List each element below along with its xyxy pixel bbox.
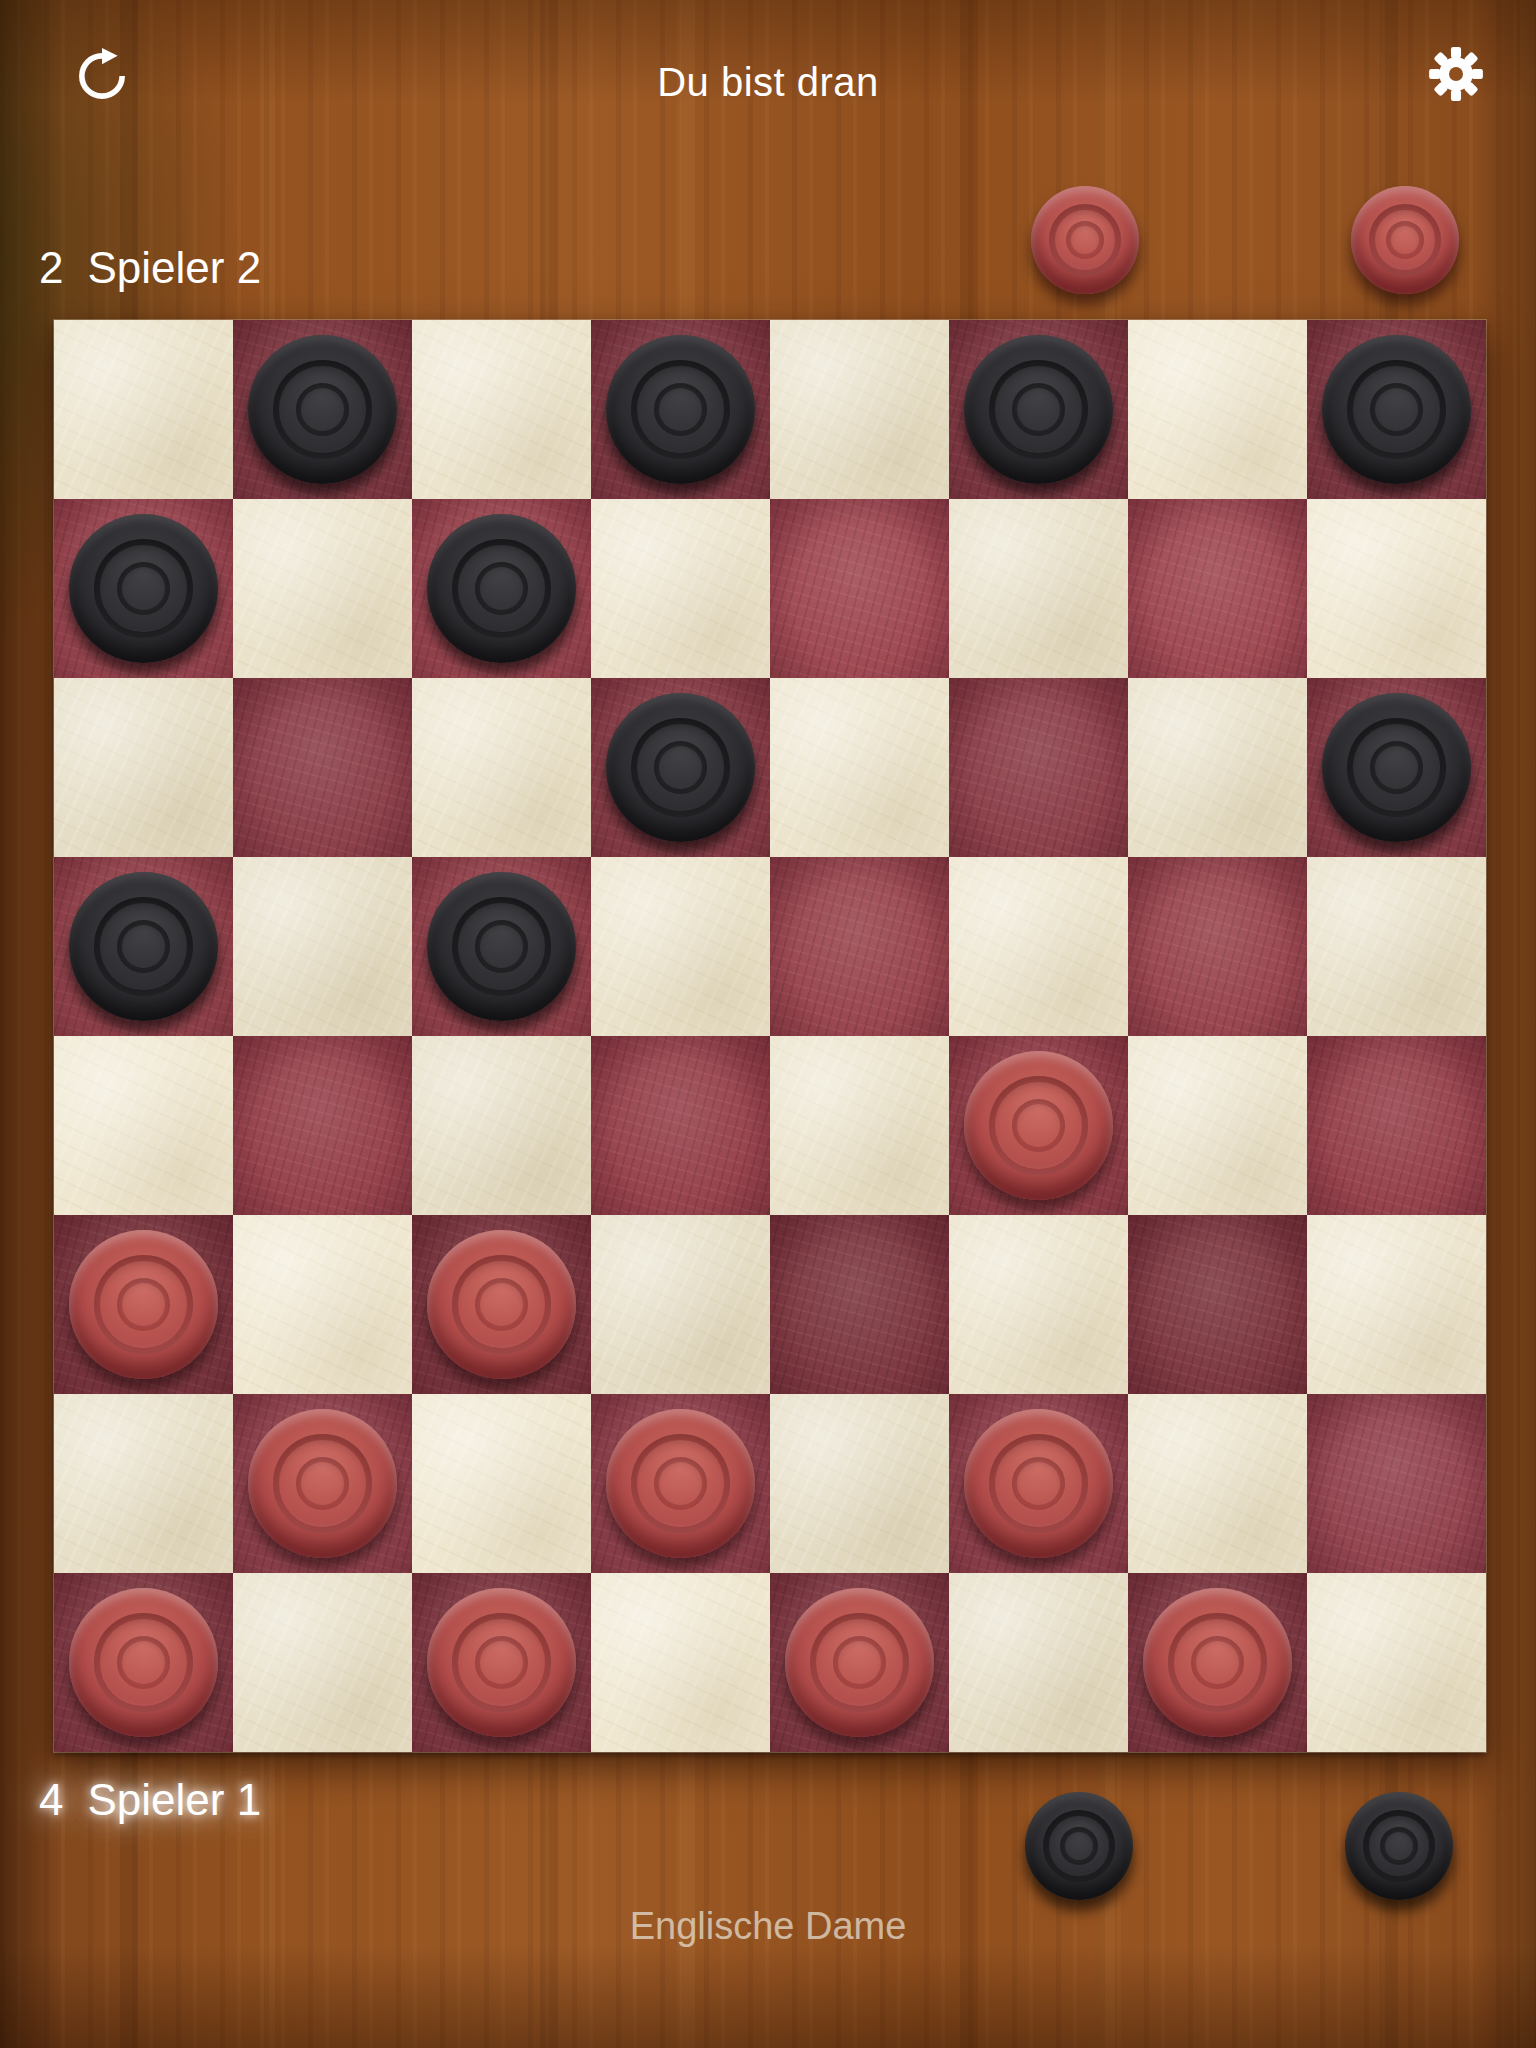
settings-button[interactable] <box>1428 46 1484 102</box>
square-h7[interactable] <box>1307 1394 1486 1573</box>
black-piece[interactable] <box>427 514 576 663</box>
square-g2[interactable] <box>1128 499 1307 678</box>
square-b2[interactable] <box>233 499 412 678</box>
square-a1[interactable] <box>54 320 233 499</box>
square-h2[interactable] <box>1307 499 1486 678</box>
red-piece[interactable] <box>69 1230 218 1379</box>
square-d1[interactable] <box>591 320 770 499</box>
square-f5[interactable] <box>949 1036 1128 1215</box>
square-h8[interactable] <box>1307 1573 1486 1752</box>
square-a5[interactable] <box>54 1036 233 1215</box>
red-piece[interactable] <box>248 1409 397 1558</box>
square-c3[interactable] <box>412 678 591 857</box>
black-piece[interactable] <box>1322 335 1471 484</box>
square-d6[interactable] <box>591 1215 770 1394</box>
black-piece[interactable] <box>427 872 576 1021</box>
square-f2[interactable] <box>949 499 1128 678</box>
square-c7[interactable] <box>412 1394 591 1573</box>
square-h1[interactable] <box>1307 320 1486 499</box>
square-g8[interactable] <box>1128 1573 1307 1752</box>
square-a3[interactable] <box>54 678 233 857</box>
gear-icon <box>1428 46 1484 102</box>
black-piece[interactable] <box>69 514 218 663</box>
square-f1[interactable] <box>949 320 1128 499</box>
square-b4[interactable] <box>233 857 412 1036</box>
square-e1[interactable] <box>770 320 949 499</box>
board <box>54 320 1486 1752</box>
square-f8[interactable] <box>949 1573 1128 1752</box>
red-piece[interactable] <box>785 1588 934 1737</box>
square-d8[interactable] <box>591 1573 770 1752</box>
square-a8[interactable] <box>54 1573 233 1752</box>
square-b7[interactable] <box>233 1394 412 1573</box>
app: Du bist dran 2 Spieler 2 4 Spieler 1 Eng… <box>0 0 1536 2048</box>
square-b1[interactable] <box>233 320 412 499</box>
red-piece[interactable] <box>964 1051 1113 1200</box>
square-f6[interactable] <box>949 1215 1128 1394</box>
captured-black-piece <box>1025 1792 1133 1900</box>
square-e5[interactable] <box>770 1036 949 1215</box>
square-h6[interactable] <box>1307 1215 1486 1394</box>
red-piece[interactable] <box>964 1409 1113 1558</box>
square-b5[interactable] <box>233 1036 412 1215</box>
black-piece[interactable] <box>606 693 755 842</box>
player2-score: 2 <box>39 243 63 293</box>
square-f4[interactable] <box>949 857 1128 1036</box>
red-piece[interactable] <box>606 1409 755 1558</box>
square-e8[interactable] <box>770 1573 949 1752</box>
square-c8[interactable] <box>412 1573 591 1752</box>
player1-name: Spieler 1 <box>87 1775 261 1825</box>
square-e2[interactable] <box>770 499 949 678</box>
square-g5[interactable] <box>1128 1036 1307 1215</box>
square-c6[interactable] <box>412 1215 591 1394</box>
square-d4[interactable] <box>591 857 770 1036</box>
square-c1[interactable] <box>412 320 591 499</box>
black-piece[interactable] <box>1322 693 1471 842</box>
page-title: Du bist dran <box>0 60 1536 105</box>
square-e7[interactable] <box>770 1394 949 1573</box>
square-f3[interactable] <box>949 678 1128 857</box>
captured-red-piece <box>1031 186 1139 294</box>
square-c4[interactable] <box>412 857 591 1036</box>
square-b6[interactable] <box>233 1215 412 1394</box>
black-piece[interactable] <box>964 335 1113 484</box>
red-piece[interactable] <box>427 1588 576 1737</box>
square-a4[interactable] <box>54 857 233 1036</box>
player2-score-row: 2 Spieler 2 <box>39 243 261 293</box>
square-b3[interactable] <box>233 678 412 857</box>
square-g3[interactable] <box>1128 678 1307 857</box>
square-a2[interactable] <box>54 499 233 678</box>
square-d5[interactable] <box>591 1036 770 1215</box>
square-g6[interactable] <box>1128 1215 1307 1394</box>
square-g7[interactable] <box>1128 1394 1307 1573</box>
square-d3[interactable] <box>591 678 770 857</box>
red-piece[interactable] <box>69 1588 218 1737</box>
square-f7[interactable] <box>949 1394 1128 1573</box>
square-e6[interactable] <box>770 1215 949 1394</box>
square-c2[interactable] <box>412 499 591 678</box>
square-g4[interactable] <box>1128 857 1307 1036</box>
game-variant-label: Englische Dame <box>0 1905 1536 1948</box>
square-h5[interactable] <box>1307 1036 1486 1215</box>
square-b8[interactable] <box>233 1573 412 1752</box>
square-e3[interactable] <box>770 678 949 857</box>
player1-captured-tray <box>1025 1792 1453 1900</box>
square-h4[interactable] <box>1307 857 1486 1036</box>
square-h3[interactable] <box>1307 678 1486 857</box>
black-piece[interactable] <box>606 335 755 484</box>
red-piece[interactable] <box>427 1230 576 1379</box>
square-d7[interactable] <box>591 1394 770 1573</box>
captured-red-piece <box>1351 186 1459 294</box>
square-d2[interactable] <box>591 499 770 678</box>
captured-black-piece <box>1345 1792 1453 1900</box>
square-e4[interactable] <box>770 857 949 1036</box>
player2-name: Spieler 2 <box>87 243 261 293</box>
square-a7[interactable] <box>54 1394 233 1573</box>
player2-captured-tray <box>1031 186 1459 294</box>
red-piece[interactable] <box>1143 1588 1292 1737</box>
player1-score-row: 4 Spieler 1 <box>39 1775 261 1825</box>
square-c5[interactable] <box>412 1036 591 1215</box>
black-piece[interactable] <box>248 335 397 484</box>
black-piece[interactable] <box>69 872 218 1021</box>
player1-score: 4 <box>39 1775 63 1825</box>
square-g1[interactable] <box>1128 320 1307 499</box>
square-a6[interactable] <box>54 1215 233 1394</box>
